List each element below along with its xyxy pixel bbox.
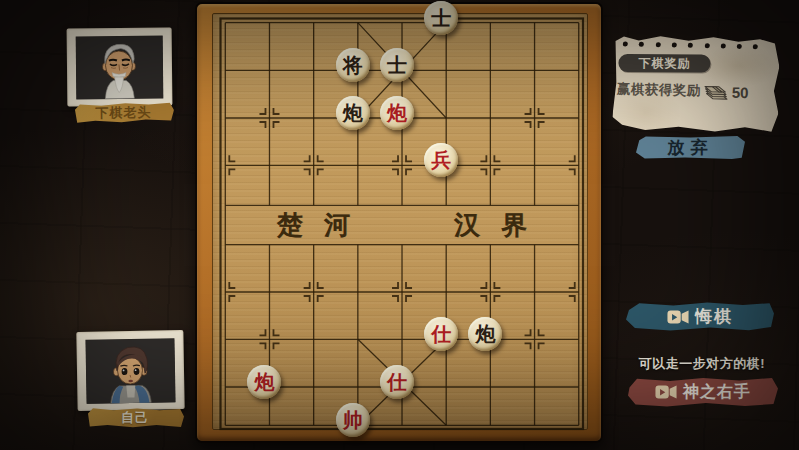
punch-hole <box>639 42 644 47</box>
punch-hole <box>672 42 677 47</box>
reward-row: 赢棋获得奖励 50 <box>617 78 749 103</box>
self-name: 自己 <box>121 409 149 427</box>
piece-character: 兵 <box>431 150 451 170</box>
reward-amount: 50 <box>732 83 749 100</box>
piece-red-炮[interactable]: 炮 <box>380 96 414 130</box>
piece-character: 士 <box>387 55 407 75</box>
self-name-banner: 自己 <box>86 407 184 428</box>
punch-hole <box>655 42 660 47</box>
river-label-chu: 楚河 <box>277 208 371 243</box>
gods-right-hand-label: 神之右手 <box>683 382 751 403</box>
piece-character: 帅 <box>343 410 363 430</box>
river-label-han: 汉界 <box>454 208 548 243</box>
opponent-name: 下棋老头 <box>95 104 151 123</box>
xiangqi-board[interactable]: 楚河 汉界 士将士炮炮兵仕炮炮仕帅 <box>195 2 603 443</box>
self-portrait <box>85 338 175 404</box>
punch-hole <box>623 41 628 46</box>
xiangqi-game-screen: 下棋老头 <box>0 0 799 450</box>
opponent-name-banner: 下棋老头 <box>73 102 174 124</box>
piece-red-仕[interactable]: 仕 <box>380 365 414 399</box>
punch-hole <box>753 44 758 49</box>
reward-title-badge: 下棋奖励 <box>618 54 710 73</box>
banknotes-icon <box>703 80 731 103</box>
young-man-avatar <box>85 338 175 404</box>
undo-button[interactable]: 悔棋 <box>626 302 774 331</box>
piece-character: 炮 <box>343 103 363 123</box>
undo-label: 悔棋 <box>695 305 733 328</box>
gods-right-hand-button[interactable]: 神之右手 <box>628 377 778 407</box>
piece-character: 士 <box>431 8 451 28</box>
give-up-label: 放弃 <box>668 136 714 159</box>
piece-black-炮[interactable]: 炮 <box>336 96 370 130</box>
old-man-avatar <box>76 36 164 100</box>
self-photo-frame <box>76 330 184 411</box>
punch-hole <box>737 44 742 49</box>
video-play-icon <box>667 309 689 325</box>
reward-description: 赢棋获得奖励 <box>617 80 701 100</box>
piece-black-将[interactable]: 将 <box>336 48 370 82</box>
reward-title: 下棋奖励 <box>638 55 690 72</box>
piece-red-帅[interactable]: 帅 <box>336 403 370 437</box>
give-up-button[interactable]: 放弃 <box>636 136 745 159</box>
reward-note-paper: 下棋奖励 赢棋获得奖励 50 <box>612 34 780 134</box>
piece-black-士[interactable]: 士 <box>424 1 458 35</box>
punch-hole <box>704 43 709 48</box>
punch-hole <box>721 44 726 49</box>
hint-text: 可以走一步对方的棋! <box>626 355 778 373</box>
punch-hole <box>688 43 693 48</box>
video-play-icon <box>655 384 677 400</box>
opponent-portrait <box>76 36 164 100</box>
piece-character: 炮 <box>475 324 495 344</box>
piece-character: 炮 <box>387 103 407 123</box>
opponent-photo-frame <box>67 27 173 106</box>
piece-character: 仕 <box>431 324 451 344</box>
piece-character: 将 <box>343 55 363 75</box>
piece-character: 炮 <box>254 372 274 392</box>
piece-character: 仕 <box>387 372 407 392</box>
punch-holes <box>614 34 780 37</box>
